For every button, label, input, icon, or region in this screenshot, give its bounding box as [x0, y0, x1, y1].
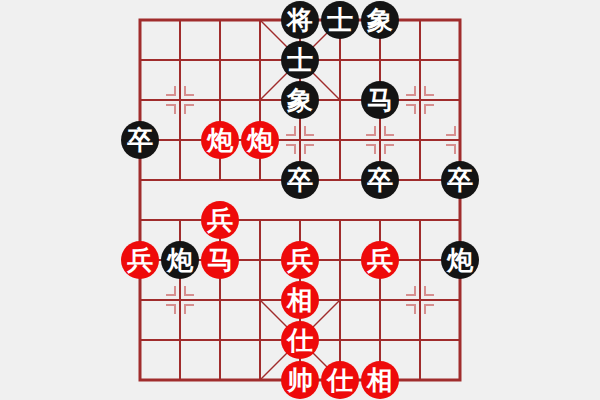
- black-elephant[interactable]: 象: [281, 81, 319, 119]
- red-elephant[interactable]: 相: [361, 361, 399, 399]
- red-cannon[interactable]: 炮: [241, 121, 279, 159]
- red-elephant[interactable]: 相: [281, 281, 319, 319]
- red-general[interactable]: 帅: [281, 361, 319, 399]
- red-cannon[interactable]: 炮: [201, 121, 239, 159]
- red-soldier[interactable]: 兵: [361, 241, 399, 279]
- black-advisor[interactable]: 士: [281, 41, 319, 79]
- black-horse[interactable]: 马: [361, 81, 399, 119]
- black-soldier[interactable]: 卒: [361, 161, 399, 199]
- xiangqi-app: 将士象士象马卒炮炮卒卒卒兵兵炮马兵兵炮相仕帅仕相: [0, 0, 600, 400]
- red-advisor[interactable]: 仕: [281, 321, 319, 359]
- red-soldier[interactable]: 兵: [281, 241, 319, 279]
- black-advisor[interactable]: 士: [321, 1, 359, 39]
- xiangqi-board[interactable]: 将士象士象马卒炮炮卒卒卒兵兵炮马兵兵炮相仕帅仕相: [120, 0, 480, 400]
- black-soldier[interactable]: 卒: [121, 121, 159, 159]
- red-advisor[interactable]: 仕: [321, 361, 359, 399]
- red-soldier[interactable]: 兵: [121, 241, 159, 279]
- black-soldier[interactable]: 卒: [441, 161, 479, 199]
- red-horse[interactable]: 马: [201, 241, 239, 279]
- black-general[interactable]: 将: [281, 1, 319, 39]
- black-soldier[interactable]: 卒: [281, 161, 319, 199]
- red-soldier[interactable]: 兵: [201, 201, 239, 239]
- black-elephant[interactable]: 象: [361, 1, 399, 39]
- black-cannon[interactable]: 炮: [441, 241, 479, 279]
- black-cannon[interactable]: 炮: [161, 241, 199, 279]
